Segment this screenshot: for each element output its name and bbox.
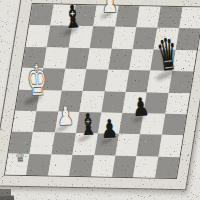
black-queen-g5: ♛ <box>155 32 180 78</box>
black-pawn-e2: ♟ <box>101 117 119 143</box>
white-king-b4: ♚ <box>26 60 48 103</box>
piece-layer: ♟♝♛♚♟♝♟♟ <box>0 0 200 200</box>
black-pawn-g3: ♟ <box>131 94 150 121</box>
photo-artifact-corner-wedge <box>0 195 14 200</box>
black-bishop-d2: ♝ <box>78 110 98 140</box>
white-pawn-c3: ♟ <box>57 104 75 130</box>
chessboard-photo: ♛ ⋯ ♟♝♛♚♟♝♟♟ · · <box>0 0 200 200</box>
photo-artifact-margin-marks: · · <box>150 185 166 193</box>
black-bishop-c7: ♝ <box>62 1 83 34</box>
white-pawn-d8: ♟ <box>102 0 119 16</box>
